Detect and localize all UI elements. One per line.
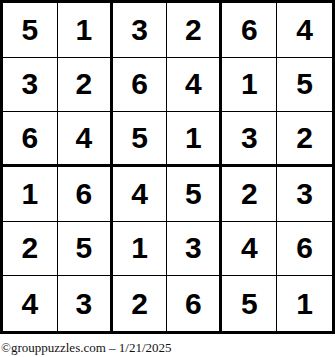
cell-r2c1: 3	[3, 58, 58, 113]
cell-r4c2: 6	[58, 167, 113, 222]
cell-r3c3: 5	[113, 112, 168, 167]
cell-r2c6: 5	[277, 58, 332, 113]
cell-r6c1: 4	[3, 276, 58, 331]
cell-r5c6: 6	[277, 222, 332, 277]
cell-r6c6: 1	[277, 276, 332, 331]
cell-r5c5: 4	[222, 222, 277, 277]
cell-r1c2: 1	[58, 3, 113, 58]
cell-r1c4: 2	[167, 3, 222, 58]
cell-r2c3: 6	[113, 58, 168, 113]
cell-r6c4: 6	[167, 276, 222, 331]
cell-r5c3: 1	[113, 222, 168, 277]
cell-r1c1: 5	[3, 3, 58, 58]
cell-r4c3: 4	[113, 167, 168, 222]
cell-r1c5: 6	[222, 3, 277, 58]
cell-r2c4: 4	[167, 58, 222, 113]
cell-r6c2: 3	[58, 276, 113, 331]
cell-r6c5: 5	[222, 276, 277, 331]
cell-r3c1: 6	[3, 112, 58, 167]
cell-r5c4: 3	[167, 222, 222, 277]
cell-r6c3: 2	[113, 276, 168, 331]
cell-r3c4: 1	[167, 112, 222, 167]
cell-r1c3: 3	[113, 3, 168, 58]
cell-r4c4: 5	[167, 167, 222, 222]
cell-r2c5: 1	[222, 58, 277, 113]
cell-r5c2: 5	[58, 222, 113, 277]
cell-r1c6: 4	[277, 3, 332, 58]
cell-r3c5: 3	[222, 112, 277, 167]
sudoku-board: 513264326415645132164523251346432651	[0, 0, 335, 334]
puzzle-page: 513264326415645132164523251346432651 ©gr…	[0, 0, 335, 357]
cell-r4c1: 1	[3, 167, 58, 222]
copyright-credit: ©grouppuzzles.com – 1/21/2025	[1, 341, 172, 354]
cell-r5c1: 2	[3, 222, 58, 277]
cell-r3c6: 2	[277, 112, 332, 167]
cell-r4c5: 2	[222, 167, 277, 222]
cell-r4c6: 3	[277, 167, 332, 222]
cell-r3c2: 4	[58, 112, 113, 167]
cell-r2c2: 2	[58, 58, 113, 113]
